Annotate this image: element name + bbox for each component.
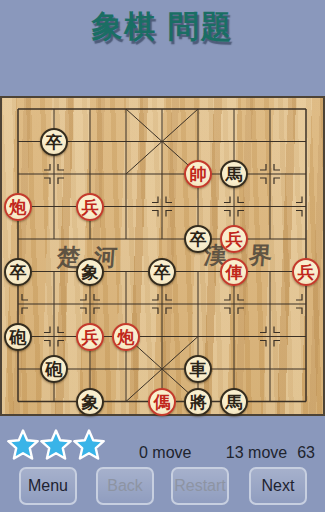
piece-black-horse[interactable]: 馬 [220,160,248,188]
piece-black-horse[interactable]: 馬 [220,388,248,416]
piece-black-elephant[interactable]: 象 [76,258,104,286]
next-button[interactable]: Next [249,467,307,505]
piece-red-cannon[interactable]: 炮 [4,193,32,221]
piece-black-soldier[interactable]: 卒 [148,258,176,286]
piece-black-general[interactable]: 將 [184,388,212,416]
star-icon [39,429,72,463]
piece-black-chariot[interactable]: 車 [184,355,212,383]
piece-black-soldier[interactable]: 卒 [40,128,68,156]
river-label-jie: 界 [248,240,273,271]
star-icon [72,429,105,463]
puzzle-number: 63 [297,444,315,462]
star-rating [6,429,105,463]
target-moves-text: 13 move [226,444,287,462]
piece-red-soldier[interactable]: 兵 [292,258,320,286]
piece-red-soldier[interactable]: 兵 [76,193,104,221]
piece-black-soldier[interactable]: 卒 [184,225,212,253]
menu-button[interactable]: Menu [19,467,77,505]
star-icon [6,429,39,463]
piece-red-chariot[interactable]: 俥 [220,258,248,286]
page-title: 象棋 問題 [0,6,325,48]
target-moves-counter: 13 move 63 [226,444,315,462]
restart-button[interactable]: Restart [171,467,229,505]
moves-made-counter: 0 move [139,444,191,462]
piece-red-horse[interactable]: 傌 [148,388,176,416]
piece-red-soldier[interactable]: 兵 [220,225,248,253]
piece-red-cannon[interactable]: 炮 [112,323,140,351]
app-background: 象棋 問題 楚 河 漢 界 帥炮兵兵俥兵兵炮傌卒馬卒卒象卒砲砲車象將馬 0 mo… [0,0,325,512]
piece-black-elephant[interactable]: 象 [76,388,104,416]
xiangqi-board[interactable]: 楚 河 漢 界 帥炮兵兵俥兵兵炮傌卒馬卒卒象卒砲砲車象將馬 [0,96,325,416]
piece-black-cannon[interactable]: 砲 [4,323,32,351]
back-button[interactable]: Back [96,467,154,505]
piece-black-cannon[interactable]: 砲 [40,355,68,383]
piece-red-soldier[interactable]: 兵 [76,323,104,351]
piece-black-soldier[interactable]: 卒 [4,258,32,286]
piece-red-general[interactable]: 帥 [184,160,212,188]
